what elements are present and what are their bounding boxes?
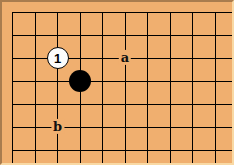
- grid-line-horizontal: [12, 150, 232, 151]
- point-label-a: a: [119, 50, 131, 65]
- white-stone-1: 1: [47, 47, 69, 69]
- grid-line-horizontal: [12, 12, 232, 13]
- point-label-b: b: [51, 119, 64, 134]
- go-board: 1ab: [2, 2, 232, 163]
- grid-line-horizontal: [12, 81, 232, 82]
- grid-line-horizontal: [12, 104, 232, 105]
- grid-line-horizontal: [12, 127, 232, 128]
- black-stone: [69, 70, 91, 92]
- go-board-diagram: 1ab: [0, 0, 234, 165]
- grid-line-horizontal: [12, 35, 232, 36]
